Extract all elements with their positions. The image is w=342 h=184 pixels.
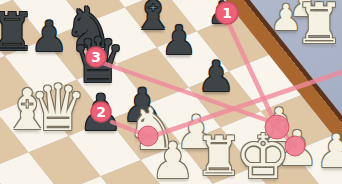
target-dot (138, 126, 158, 146)
step-marker-label: 3 (91, 49, 101, 65)
attack-line (100, 62, 272, 122)
step-marker-label: 1 (222, 5, 232, 21)
chess-illustration: ♜♟♞♝♟♛♟♟♟♟♝♛♞♟♟♜♚♝♟♟♟♜♟ 123 (0, 0, 342, 184)
step-marker-1: 1 (216, 2, 238, 24)
attack-line (150, 72, 342, 137)
target-dot (265, 115, 289, 139)
annotation-overlay: 123 (0, 0, 342, 184)
target-dot (285, 136, 305, 156)
step-marker-2: 2 (91, 102, 111, 122)
step-marker-label: 2 (96, 104, 106, 120)
step-marker-3: 3 (86, 47, 106, 67)
